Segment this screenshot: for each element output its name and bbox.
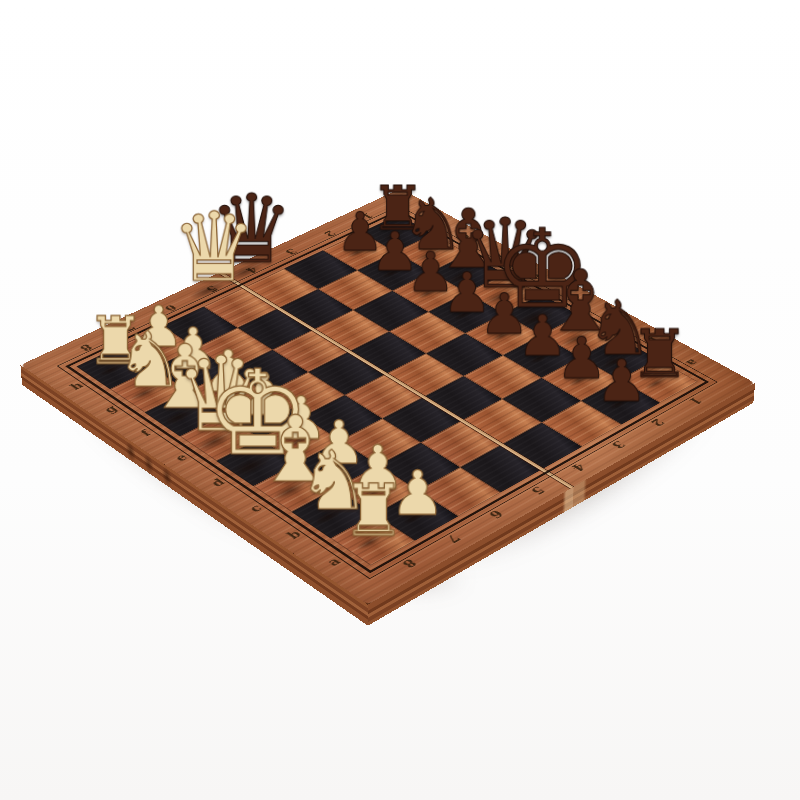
dark-pawn-a2-glyph: ♟ — [595, 353, 647, 408]
file-label-left-c: c — [245, 502, 265, 514]
photo-scene: 8877665544332211hhggffeeddccbbaa♜♞♝♚♛♝♞♜… — [0, 0, 800, 800]
rank-label-lower-2: 2 — [647, 417, 668, 429]
photo-background: 8877665544332211hhggffeeddccbbaa♜♞♝♚♛♝♞♜… — [0, 0, 800, 800]
file-label-left-g: g — [101, 403, 121, 415]
rank-label-lower-1: 1 — [685, 395, 706, 407]
file-label-left-d: d — [207, 476, 228, 489]
rank-label-lower-5: 5 — [527, 484, 548, 497]
file-label-left-e: e — [171, 451, 191, 463]
rank-label-lower-6: 6 — [485, 508, 507, 521]
chess-board: 8877665544332211hhggffeeddccbbaa♜♞♝♚♛♝♞♜… — [20, 189, 755, 605]
light-rook-a8-glyph: ♜ — [341, 478, 405, 546]
rank-label-lower-3: 3 — [607, 439, 628, 451]
extra-light-queen-glyph: ♛ — [171, 202, 257, 293]
file-label-left-b: b — [283, 528, 304, 541]
file-label-left-f: f — [137, 428, 154, 438]
file-label-left-h: h — [66, 380, 86, 392]
file-label-left-a: a — [323, 555, 344, 568]
rank-label-lower-7: 7 — [442, 532, 464, 545]
rank-label-lower-8: 8 — [398, 557, 420, 571]
board-top-surface: 8877665544332211hhggffeeddccbbaa♜♞♝♚♛♝♞♜… — [20, 189, 755, 605]
rank-label-lower-4: 4 — [567, 461, 588, 474]
